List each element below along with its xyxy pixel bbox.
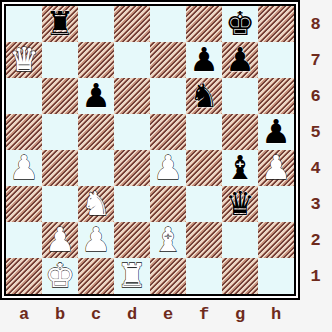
white-knight-c3[interactable]: ♞ — [81, 186, 111, 222]
chess-board: ♜♚♛♟♟♟♞♟♟♟♝♟♞♛♟♟♝♚♜ — [4, 4, 296, 296]
square-a2[interactable] — [6, 222, 42, 258]
black-pawn-h5[interactable]: ♟ — [261, 114, 291, 150]
square-c3[interactable]: ♞ — [78, 186, 114, 222]
square-b8[interactable]: ♜ — [42, 6, 78, 42]
square-a5[interactable] — [6, 114, 42, 150]
square-g3[interactable]: ♛ — [222, 186, 258, 222]
file-label-col-f: f — [186, 298, 222, 330]
square-b7[interactable] — [42, 42, 78, 78]
file-label-col-h: h — [258, 298, 294, 330]
square-c7[interactable] — [78, 42, 114, 78]
square-c5[interactable] — [78, 114, 114, 150]
white-queen-a7[interactable]: ♛ — [9, 42, 39, 78]
black-knight-f6[interactable]: ♞ — [189, 78, 219, 114]
square-e5[interactable] — [150, 114, 186, 150]
square-g1[interactable] — [222, 258, 258, 294]
black-bishop-g4[interactable]: ♝ — [225, 150, 255, 186]
white-bishop-e2[interactable]: ♝ — [153, 222, 183, 258]
square-h1[interactable] — [258, 258, 294, 294]
file-label-col-a: a — [6, 298, 42, 330]
square-e6[interactable] — [150, 78, 186, 114]
square-f6[interactable]: ♞ — [186, 78, 222, 114]
square-d4[interactable] — [114, 150, 150, 186]
square-e3[interactable] — [150, 186, 186, 222]
black-pawn-f7[interactable]: ♟ — [189, 42, 219, 78]
file-label-d: d — [127, 305, 137, 324]
rank-label-row-4: 4 — [299, 150, 332, 186]
file-label-f: f — [199, 305, 209, 324]
white-pawn-e4[interactable]: ♟ — [153, 150, 183, 186]
square-c6[interactable]: ♟ — [78, 78, 114, 114]
square-e4[interactable]: ♟ — [150, 150, 186, 186]
square-d5[interactable] — [114, 114, 150, 150]
white-pawn-c2[interactable]: ♟ — [81, 222, 111, 258]
rank-label-3: 3 — [310, 195, 320, 214]
file-labels: abcdefgh — [6, 298, 294, 330]
square-d7[interactable] — [114, 42, 150, 78]
square-e1[interactable] — [150, 258, 186, 294]
square-h3[interactable] — [258, 186, 294, 222]
square-c8[interactable] — [78, 6, 114, 42]
square-a6[interactable] — [6, 78, 42, 114]
square-a3[interactable] — [6, 186, 42, 222]
square-f2[interactable] — [186, 222, 222, 258]
rank-label-row-2: 2 — [299, 222, 332, 258]
rank-label-8: 8 — [310, 15, 320, 34]
white-rook-d1[interactable]: ♜ — [117, 258, 147, 294]
square-b3[interactable] — [42, 186, 78, 222]
white-pawn-h4[interactable]: ♟ — [261, 150, 291, 186]
black-queen-g3[interactable]: ♛ — [225, 186, 255, 222]
square-h2[interactable] — [258, 222, 294, 258]
square-g2[interactable] — [222, 222, 258, 258]
square-b4[interactable] — [42, 150, 78, 186]
square-h6[interactable] — [258, 78, 294, 114]
file-label-b: b — [55, 305, 65, 324]
square-f5[interactable] — [186, 114, 222, 150]
square-d3[interactable] — [114, 186, 150, 222]
white-pawn-a4[interactable]: ♟ — [9, 150, 39, 186]
square-c2[interactable]: ♟ — [78, 222, 114, 258]
square-a8[interactable] — [6, 6, 42, 42]
square-d6[interactable] — [114, 78, 150, 114]
file-label-col-d: d — [114, 298, 150, 330]
square-f3[interactable] — [186, 186, 222, 222]
black-rook-b8[interactable]: ♜ — [45, 6, 75, 42]
square-c1[interactable] — [78, 258, 114, 294]
file-label-a: a — [19, 305, 29, 324]
square-f7[interactable]: ♟ — [186, 42, 222, 78]
white-king-b1[interactable]: ♚ — [45, 258, 75, 294]
file-label-h: h — [271, 305, 281, 324]
square-h8[interactable] — [258, 6, 294, 42]
square-e8[interactable] — [150, 6, 186, 42]
rank-label-5: 5 — [310, 123, 320, 142]
rank-label-row-7: 7 — [299, 42, 332, 78]
rank-label-row-6: 6 — [299, 78, 332, 114]
black-king-g8[interactable]: ♚ — [225, 6, 255, 42]
square-g8[interactable]: ♚ — [222, 6, 258, 42]
square-f8[interactable] — [186, 6, 222, 42]
rank-label-row-8: 8 — [299, 6, 332, 42]
square-e2[interactable]: ♝ — [150, 222, 186, 258]
square-g7[interactable]: ♟ — [222, 42, 258, 78]
square-e7[interactable] — [150, 42, 186, 78]
chess-diagram: ♜♚♛♟♟♟♞♟♟♟♝♟♞♛♟♟♝♚♜ 87654321 abcdefgh — [0, 0, 332, 332]
black-pawn-c6[interactable]: ♟ — [81, 78, 111, 114]
file-label-col-c: c — [78, 298, 114, 330]
square-b1[interactable]: ♚ — [42, 258, 78, 294]
rank-label-row-3: 3 — [299, 186, 332, 222]
file-label-e: e — [163, 305, 173, 324]
black-pawn-g7[interactable]: ♟ — [225, 42, 255, 78]
rank-labels: 87654321 — [299, 6, 332, 294]
square-g5[interactable] — [222, 114, 258, 150]
square-a1[interactable] — [6, 258, 42, 294]
square-d8[interactable] — [114, 6, 150, 42]
file-label-c: c — [91, 305, 101, 324]
square-d1[interactable]: ♜ — [114, 258, 150, 294]
rank-label-1: 1 — [310, 267, 320, 286]
square-b6[interactable] — [42, 78, 78, 114]
square-b5[interactable] — [42, 114, 78, 150]
square-h5[interactable]: ♟ — [258, 114, 294, 150]
file-label-col-b: b — [42, 298, 78, 330]
rank-label-4: 4 — [310, 159, 320, 178]
white-pawn-b2[interactable]: ♟ — [45, 222, 75, 258]
file-label-col-g: g — [222, 298, 258, 330]
square-h4[interactable]: ♟ — [258, 150, 294, 186]
rank-label-2: 2 — [310, 231, 320, 250]
square-a4[interactable]: ♟ — [6, 150, 42, 186]
rank-label-7: 7 — [310, 51, 320, 70]
file-label-g: g — [235, 305, 245, 324]
square-d2[interactable] — [114, 222, 150, 258]
board-frame: ♜♚♛♟♟♟♞♟♟♟♝♟♞♛♟♟♝♚♜ — [0, 0, 300, 300]
file-label-col-e: e — [150, 298, 186, 330]
square-g6[interactable] — [222, 78, 258, 114]
square-f1[interactable] — [186, 258, 222, 294]
rank-label-row-5: 5 — [299, 114, 332, 150]
square-a7[interactable]: ♛ — [6, 42, 42, 78]
square-f4[interactable] — [186, 150, 222, 186]
rank-label-6: 6 — [310, 87, 320, 106]
rank-label-row-1: 1 — [299, 258, 332, 294]
square-b2[interactable]: ♟ — [42, 222, 78, 258]
square-g4[interactable]: ♝ — [222, 150, 258, 186]
square-h7[interactable] — [258, 42, 294, 78]
square-c4[interactable] — [78, 150, 114, 186]
